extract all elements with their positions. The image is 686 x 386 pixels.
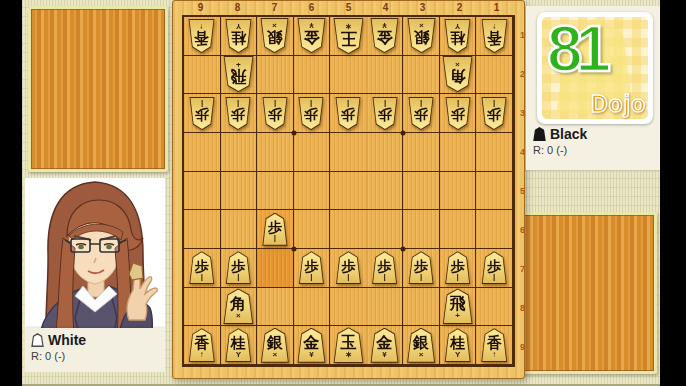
square-6-4[interactable] <box>294 133 331 172</box>
square-4-5[interactable] <box>367 172 404 211</box>
square-4-3[interactable]: 歩| <box>367 94 404 133</box>
square-3-8[interactable] <box>403 288 440 327</box>
black-pawn[interactable]: 歩| <box>298 251 324 284</box>
square-8-1[interactable]: 桂Y <box>221 17 258 56</box>
black-gold[interactable]: 金¥ <box>297 328 326 363</box>
white-pawn[interactable]: 歩| <box>335 97 361 130</box>
white-piece-icon <box>31 333 44 347</box>
black-bishop[interactable]: 角× <box>223 288 254 324</box>
white-pawn[interactable]: 歩| <box>372 97 398 130</box>
white-silver[interactable]: 銀× <box>407 18 436 53</box>
81dojo-logo: 81 Dojo <box>537 12 653 124</box>
white-pawn[interactable]: 歩| <box>481 97 507 130</box>
file-coordinates: 987654321 <box>182 2 515 14</box>
black-silver[interactable]: 銀× <box>260 328 289 363</box>
white-lance[interactable]: 香↑ <box>188 19 215 53</box>
rank-label-7: 7 <box>518 250 527 289</box>
rank-label-6: 6 <box>518 211 527 250</box>
white-pawn[interactable]: 歩| <box>298 97 324 130</box>
square-3-4[interactable] <box>403 133 440 172</box>
square-5-4[interactable] <box>330 133 367 172</box>
white-gold[interactable]: 金¥ <box>297 18 326 53</box>
square-9-1[interactable]: 香↑ <box>184 17 221 56</box>
white-knight[interactable]: 桂Y <box>444 19 471 53</box>
white-player-panel: White R: 0 (-) <box>25 178 165 372</box>
square-9-9[interactable]: 香↑ <box>184 326 221 365</box>
square-4-7[interactable]: 歩| <box>367 249 404 288</box>
square-6-2[interactable] <box>294 56 331 95</box>
black-pawn[interactable]: 歩| <box>408 251 434 284</box>
square-6-1[interactable]: 金¥ <box>294 17 331 56</box>
square-5-3[interactable]: 歩| <box>330 94 367 133</box>
black-gold[interactable]: 金¥ <box>370 328 399 363</box>
square-1-3[interactable]: 歩| <box>476 94 513 133</box>
square-5-8[interactable] <box>330 288 367 327</box>
square-6-9[interactable]: 金¥ <box>294 326 331 365</box>
logo-81-text: 81 <box>547 12 604 86</box>
black-pawn[interactable]: 歩| <box>372 251 398 284</box>
square-4-9[interactable]: 金¥ <box>367 326 404 365</box>
square-4-4[interactable] <box>367 133 404 172</box>
file-label-2: 2 <box>441 2 478 14</box>
square-3-3[interactable]: 歩| <box>403 94 440 133</box>
white-pawn[interactable]: 歩| <box>408 97 434 130</box>
square-9-8[interactable] <box>184 288 221 327</box>
white-pawn[interactable]: 歩| <box>262 97 288 130</box>
square-2-6[interactable] <box>440 210 477 249</box>
square-9-2[interactable] <box>184 56 221 95</box>
square-1-6[interactable] <box>476 210 513 249</box>
square-9-5[interactable] <box>184 172 221 211</box>
square-7-9[interactable]: 銀× <box>257 326 294 365</box>
square-2-1[interactable]: 桂Y <box>440 17 477 56</box>
square-7-5[interactable] <box>257 172 294 211</box>
square-7-3[interactable]: 歩| <box>257 94 294 133</box>
black-pawn[interactable]: 歩| <box>445 251 471 284</box>
square-8-8[interactable]: 角× <box>221 288 258 327</box>
square-7-7[interactable] <box>257 249 294 288</box>
square-2-9[interactable]: 桂Y <box>440 326 477 365</box>
white-piece-stand <box>28 6 168 172</box>
square-3-7[interactable]: 歩| <box>403 249 440 288</box>
square-2-2[interactable]: 角× <box>440 56 477 95</box>
square-1-1[interactable]: 香↑ <box>476 17 513 56</box>
square-3-1[interactable]: 銀× <box>403 17 440 56</box>
file-label-8: 8 <box>219 2 256 14</box>
square-2-4[interactable] <box>440 133 477 172</box>
square-2-5[interactable] <box>440 172 477 211</box>
white-king[interactable]: 王∗ <box>333 18 364 54</box>
square-2-8[interactable]: 飛+ <box>440 288 477 327</box>
square-7-1[interactable]: 銀× <box>257 17 294 56</box>
black-piece-icon <box>533 127 546 141</box>
square-7-2[interactable] <box>257 56 294 95</box>
black-pawn[interactable]: 歩| <box>481 251 507 284</box>
square-5-6[interactable] <box>330 210 367 249</box>
square-1-5[interactable] <box>476 172 513 211</box>
black-lance[interactable]: 香↑ <box>481 328 508 362</box>
square-1-7[interactable]: 歩| <box>476 249 513 288</box>
board-grid: 香↑桂Y銀×金¥王∗金¥銀×桂Y香↑飛+角×歩|歩|歩|歩|歩|歩|歩|歩|歩|… <box>182 15 515 367</box>
square-7-6[interactable]: 歩| <box>257 210 294 249</box>
black-king[interactable]: 玉∗ <box>333 327 364 363</box>
square-8-2[interactable]: 飛+ <box>221 56 258 95</box>
square-8-5[interactable] <box>221 172 258 211</box>
square-6-5[interactable] <box>294 172 331 211</box>
square-8-4[interactable] <box>221 133 258 172</box>
square-9-6[interactable] <box>184 210 221 249</box>
square-6-7[interactable]: 歩| <box>294 249 331 288</box>
shogi-board: 987654321 123456789 香↑桂Y銀×金¥王∗金¥銀×桂Y香↑飛+… <box>172 0 525 379</box>
square-8-7[interactable]: 歩| <box>221 249 258 288</box>
square-3-9[interactable]: 銀× <box>403 326 440 365</box>
square-1-4[interactable] <box>476 133 513 172</box>
file-label-6: 6 <box>293 2 330 14</box>
file-label-1: 1 <box>478 2 515 14</box>
black-lance[interactable]: 香↑ <box>188 328 215 362</box>
square-1-8[interactable] <box>476 288 513 327</box>
square-4-1[interactable]: 金¥ <box>367 17 404 56</box>
square-5-5[interactable] <box>330 172 367 211</box>
logo-dojo-text: Dojo <box>591 91 646 118</box>
square-6-3[interactable]: 歩| <box>294 94 331 133</box>
file-label-4: 4 <box>367 2 404 14</box>
black-rook[interactable]: 飛+ <box>442 288 473 324</box>
white-silver[interactable]: 銀× <box>260 18 289 53</box>
white-pawn[interactable]: 歩| <box>225 97 251 130</box>
square-9-7[interactable]: 歩| <box>184 249 221 288</box>
black-pawn[interactable]: 歩| <box>225 251 251 284</box>
square-2-3[interactable]: 歩| <box>440 94 477 133</box>
square-8-3[interactable]: 歩| <box>221 94 258 133</box>
81dojo-game-screen: 987654321 123456789 香↑桂Y銀×金¥王∗金¥銀×桂Y香↑飛+… <box>0 0 686 386</box>
white-pawn[interactable]: 歩| <box>189 97 215 130</box>
square-9-3[interactable]: 歩| <box>184 94 221 133</box>
file-label-5: 5 <box>330 2 367 14</box>
square-5-9[interactable]: 玉∗ <box>330 326 367 365</box>
square-1-9[interactable]: 香↑ <box>476 326 513 365</box>
rank-label-8: 8 <box>518 289 527 328</box>
square-7-8[interactable] <box>257 288 294 327</box>
square-5-2[interactable] <box>330 56 367 95</box>
square-9-4[interactable] <box>184 133 221 172</box>
square-7-4[interactable] <box>257 133 294 172</box>
square-4-8[interactable] <box>367 288 404 327</box>
black-knight[interactable]: 桂Y <box>444 328 471 362</box>
white-gold[interactable]: 金¥ <box>370 18 399 53</box>
white-bishop[interactable]: 角× <box>442 56 473 92</box>
rank-label-9: 9 <box>518 328 527 367</box>
square-4-2[interactable] <box>367 56 404 95</box>
black-pawn[interactable]: 歩| <box>262 213 288 246</box>
square-5-1[interactable]: 王∗ <box>330 17 367 56</box>
square-5-7[interactable]: 歩| <box>330 249 367 288</box>
square-6-6[interactable] <box>294 210 331 249</box>
white-player-info: White R: 0 (-) <box>25 328 165 372</box>
white-rook[interactable]: 飛+ <box>223 56 254 92</box>
black-silver[interactable]: 銀× <box>407 328 436 363</box>
white-player-rating: R: 0 (-) <box>31 350 159 362</box>
square-3-6[interactable] <box>403 210 440 249</box>
white-knight[interactable]: 桂Y <box>225 19 252 53</box>
rank-label-5: 5 <box>518 171 527 210</box>
square-8-9[interactable]: 桂Y <box>221 326 258 365</box>
black-player-info: Black R: 0 (-) <box>533 126 587 156</box>
black-piece-stand <box>517 212 657 374</box>
white-player-name: White <box>48 332 86 348</box>
file-label-7: 7 <box>256 2 293 14</box>
file-label-3: 3 <box>404 2 441 14</box>
white-pawn[interactable]: 歩| <box>445 97 471 130</box>
square-4-6[interactable] <box>367 210 404 249</box>
black-player-name: Black <box>550 126 587 142</box>
square-8-6[interactable] <box>221 210 258 249</box>
file-label-9: 9 <box>182 2 219 14</box>
white-lance[interactable]: 香↑ <box>481 19 508 53</box>
square-3-2[interactable] <box>403 56 440 95</box>
black-player-rating: R: 0 (-) <box>533 144 587 156</box>
square-6-8[interactable] <box>294 288 331 327</box>
square-1-2[interactable] <box>476 56 513 95</box>
black-knight[interactable]: 桂Y <box>225 328 252 362</box>
black-player-panel: 81 Dojo Black R: 0 (-) <box>526 6 660 170</box>
square-3-5[interactable] <box>403 172 440 211</box>
square-2-7[interactable]: 歩| <box>440 249 477 288</box>
black-pawn[interactable]: 歩| <box>335 251 361 284</box>
black-pawn[interactable]: 歩| <box>189 251 215 284</box>
